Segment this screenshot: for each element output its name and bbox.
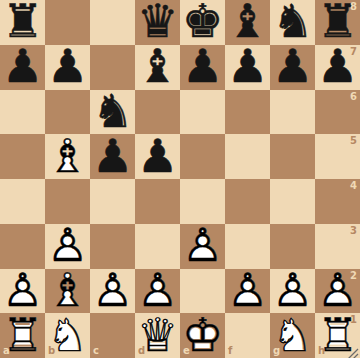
square-g6[interactable] [270,90,315,135]
square-h6[interactable]: 6 [315,90,360,135]
square-f5[interactable] [225,134,270,179]
piece-white-pawn[interactable]: ♟♙ [270,269,315,314]
piece-white-knight[interactable]: ♞♘ [45,313,90,358]
piece-white-pawn[interactable]: ♟♙ [315,269,360,314]
square-h8[interactable]: ♜8 [315,0,360,45]
square-a4[interactable] [0,179,45,224]
piece-black-pawn[interactable]: ♟ [180,45,225,90]
piece-black-pawn[interactable]: ♟ [0,45,45,90]
square-a6[interactable] [0,90,45,135]
piece-black-pawn[interactable]: ♟ [90,134,135,179]
square-g7[interactable]: ♟ [270,45,315,90]
square-g8[interactable]: ♞ [270,0,315,45]
resize-handle-icon[interactable] [347,345,359,357]
square-e7[interactable]: ♟ [180,45,225,90]
square-e8[interactable]: ♚ [180,0,225,45]
square-a1[interactable]: ♜♖a [0,313,45,358]
square-e1[interactable]: ♚♔e [180,313,225,358]
piece-white-pawn[interactable]: ♟♙ [135,269,180,314]
piece-white-rook[interactable]: ♜♖ [0,313,45,358]
square-b2[interactable]: ♝♗ [45,269,90,314]
square-h2[interactable]: ♟♙2 [315,269,360,314]
square-c8[interactable] [90,0,135,45]
coord-rank-3: 3 [350,226,357,236]
square-b5[interactable]: ♝♗ [45,134,90,179]
square-d8[interactable]: ♛ [135,0,180,45]
piece-black-pawn[interactable]: ♟ [270,45,315,90]
square-d2[interactable]: ♟♙ [135,269,180,314]
square-c5[interactable]: ♟ [90,134,135,179]
square-a3[interactable] [0,224,45,269]
piece-black-pawn[interactable]: ♟ [225,45,270,90]
square-b8[interactable] [45,0,90,45]
piece-black-rook[interactable]: ♜ [315,0,360,45]
coord-file-f: f [228,346,232,356]
piece-black-knight[interactable]: ♞ [90,90,135,135]
square-b7[interactable]: ♟ [45,45,90,90]
coord-file-c: c [93,346,99,356]
piece-black-king[interactable]: ♚ [180,0,225,45]
square-g1[interactable]: ♞♘g [270,313,315,358]
piece-white-pawn[interactable]: ♟♙ [180,224,225,269]
square-b4[interactable] [45,179,90,224]
piece-black-pawn[interactable]: ♟ [45,45,90,90]
square-b3[interactable]: ♟♙ [45,224,90,269]
piece-white-pawn[interactable]: ♟♙ [90,269,135,314]
square-g5[interactable] [270,134,315,179]
piece-black-knight[interactable]: ♞ [270,0,315,45]
square-d5[interactable]: ♟ [135,134,180,179]
square-e5[interactable] [180,134,225,179]
piece-white-king[interactable]: ♚♔ [180,313,225,358]
square-f4[interactable] [225,179,270,224]
square-f1[interactable]: f [225,313,270,358]
square-e3[interactable]: ♟♙ [180,224,225,269]
piece-black-rook[interactable]: ♜ [0,0,45,45]
square-h5[interactable]: 5 [315,134,360,179]
piece-white-pawn[interactable]: ♟♙ [0,269,45,314]
square-f7[interactable]: ♟ [225,45,270,90]
piece-black-bishop[interactable]: ♝ [135,45,180,90]
coord-rank-5: 5 [350,136,357,146]
piece-black-queen[interactable]: ♛ [135,0,180,45]
square-d3[interactable] [135,224,180,269]
square-c7[interactable] [90,45,135,90]
piece-white-pawn[interactable]: ♟♙ [225,269,270,314]
square-f6[interactable] [225,90,270,135]
piece-black-pawn[interactable]: ♟ [135,134,180,179]
square-c3[interactable] [90,224,135,269]
square-g4[interactable] [270,179,315,224]
square-h3[interactable]: 3 [315,224,360,269]
coord-rank-6: 6 [350,92,357,102]
square-h7[interactable]: ♟7 [315,45,360,90]
square-e4[interactable] [180,179,225,224]
square-e2[interactable] [180,269,225,314]
piece-white-bishop[interactable]: ♝♗ [45,269,90,314]
square-e6[interactable] [180,90,225,135]
chess-board: ♜♛♚♝♞♜8♟♟♝♟♟♟♟7♞6♝♗♟♟54♟♙♟♙3♟♙♝♗♟♙♟♙♟♙♟♙… [0,0,360,358]
square-f8[interactable]: ♝ [225,0,270,45]
piece-white-pawn[interactable]: ♟♙ [45,224,90,269]
square-g3[interactable] [270,224,315,269]
square-a7[interactable]: ♟ [0,45,45,90]
square-g2[interactable]: ♟♙ [270,269,315,314]
square-d7[interactable]: ♝ [135,45,180,90]
square-a2[interactable]: ♟♙ [0,269,45,314]
piece-white-queen[interactable]: ♛♕ [135,313,180,358]
piece-black-pawn[interactable]: ♟ [315,45,360,90]
square-c6[interactable]: ♞ [90,90,135,135]
square-c1[interactable]: c [90,313,135,358]
square-c4[interactable] [90,179,135,224]
square-b1[interactable]: ♞♘b [45,313,90,358]
piece-black-bishop[interactable]: ♝ [225,0,270,45]
square-b6[interactable] [45,90,90,135]
coord-rank-4: 4 [350,181,357,191]
square-f2[interactable]: ♟♙ [225,269,270,314]
piece-white-knight[interactable]: ♞♘ [270,313,315,358]
square-f3[interactable] [225,224,270,269]
square-d4[interactable] [135,179,180,224]
square-c2[interactable]: ♟♙ [90,269,135,314]
square-a5[interactable] [0,134,45,179]
square-a8[interactable]: ♜ [0,0,45,45]
square-d1[interactable]: ♛♕d [135,313,180,358]
piece-white-bishop[interactable]: ♝♗ [45,134,90,179]
square-d6[interactable] [135,90,180,135]
square-h4[interactable]: 4 [315,179,360,224]
